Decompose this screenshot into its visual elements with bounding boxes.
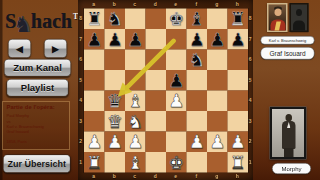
rank-label-left-3: 3 — [78, 111, 84, 132]
square-h4 — [228, 91, 249, 112]
square-b7: ♟ — [105, 29, 126, 50]
event-label: 1858, Paris — [7, 139, 70, 144]
game-title: Partie de l'opéra: — [7, 104, 70, 110]
rank-label-right-3: 3 — [248, 111, 254, 132]
square-d3 — [146, 111, 167, 132]
square-b8: ♞ — [105, 9, 126, 30]
square-b6 — [105, 50, 126, 71]
rank-label-right-8: 8 — [248, 8, 254, 29]
square-d6 — [146, 50, 167, 71]
video-frame: S ♞ hach TV ◀ ▶ Zum Kanal Playlist Parti… — [0, 0, 320, 180]
square-d1 — [146, 152, 167, 173]
chess-board: ♜♞♚♝♜♟♟♟♟♟♟♞♟♛♝♟♛♞♟♟♟♟♟♟♜♝♚♜ — [84, 8, 249, 173]
file-label-bottom-f: f — [186, 173, 207, 180]
square-c3: ♞ — [125, 111, 146, 132]
piece-bP-a7: ♟ — [86, 29, 102, 50]
playlist-button[interactable]: Playlist — [7, 79, 69, 97]
portrait-detail — [284, 148, 294, 157]
morphy-name-label: Morphy — [272, 163, 311, 174]
square-e4: ♟ — [166, 91, 187, 112]
square-c6 — [125, 50, 146, 71]
left-edge-shadow — [0, 0, 3, 180]
square-d4 — [146, 91, 167, 112]
square-d8 — [146, 9, 167, 30]
rank-label-left-1: 1 — [78, 152, 84, 173]
piece-wP-h2: ♟ — [230, 132, 246, 153]
square-f6: ♞ — [187, 50, 208, 71]
square-h7: ♟ — [228, 29, 249, 50]
piece-wR-a1: ♜ — [86, 152, 102, 173]
next-button[interactable]: ▶ — [44, 39, 67, 58]
karl-portrait — [267, 3, 288, 32]
square-b4: ♛ — [105, 91, 126, 112]
square-d5 — [146, 70, 167, 91]
file-label-top-h: h — [227, 1, 248, 8]
square-g5 — [207, 70, 228, 91]
zum-kanal-button[interactable]: Zum Kanal — [4, 59, 71, 77]
square-e3 — [166, 111, 187, 132]
square-h3 — [228, 111, 249, 132]
square-b2: ♟ — [105, 132, 126, 153]
piece-bP-e5: ♟ — [168, 70, 184, 91]
square-a3 — [84, 111, 105, 132]
square-b5 — [105, 70, 126, 91]
square-f4 — [187, 91, 208, 112]
rank-label-right-2: 2 — [248, 131, 254, 152]
piece-wR-h1: ♜ — [230, 152, 246, 173]
schachtv-logo: S ♞ hach TV — [5, 3, 83, 34]
square-f1 — [187, 152, 208, 173]
square-a8: ♜ — [84, 9, 105, 30]
square-c1: ♝ — [125, 152, 146, 173]
logo-text-suffix: hach — [31, 8, 72, 34]
rank-label-left-6: 6 — [78, 49, 84, 70]
square-e7 — [166, 29, 187, 50]
file-label-top-f: f — [186, 1, 207, 8]
square-g8 — [207, 9, 228, 30]
file-label-bottom-c: c — [125, 173, 146, 180]
square-e6 — [166, 50, 187, 71]
portrait-detail — [293, 21, 305, 31]
file-label-top-e: e — [166, 1, 187, 8]
piece-bN-f6: ♞ — [189, 50, 205, 71]
square-f5 — [187, 70, 208, 91]
square-a5 — [84, 70, 105, 91]
square-a6 — [84, 50, 105, 71]
square-a2: ♟ — [84, 132, 105, 153]
square-h5 — [228, 70, 249, 91]
piece-wP-c2: ♟ — [127, 132, 143, 153]
rank-label-right-5: 5 — [248, 70, 254, 91]
file-label-bottom-e: e — [166, 173, 187, 180]
file-label-top-c: c — [125, 1, 146, 8]
piece-wN-c3: ♞ — [127, 111, 143, 132]
piece-wP-f2: ♟ — [189, 132, 205, 153]
karl-name-label: Karl v. Braunschweig — [261, 36, 315, 45]
rank-label-right-7: 7 — [248, 29, 254, 50]
chess-board-frame: ♜♞♚♝♜♟♟♟♟♟♟♞♟♛♝♟♛♞♟♟♟♟♟♟♜♝♚♜ aabbccddeef… — [78, 0, 253, 180]
prev-arrow-icon: ◀ — [16, 43, 23, 54]
square-c2: ♟ — [125, 132, 146, 153]
square-c5 — [125, 70, 146, 91]
portrait-detail — [296, 9, 302, 16]
square-f7: ♟ — [187, 29, 208, 50]
square-e1: ♚ — [166, 152, 187, 173]
piece-bP-g7: ♟ — [209, 29, 225, 50]
square-e2 — [166, 132, 187, 153]
square-h1: ♜ — [228, 152, 249, 173]
piece-wB-c1: ♝ — [127, 152, 143, 173]
square-a1: ♜ — [84, 152, 105, 173]
isouard-silhouette-portrait — [290, 3, 309, 32]
square-a4 — [84, 91, 105, 112]
square-g4 — [207, 91, 228, 112]
square-g7: ♟ — [207, 29, 228, 50]
file-label-bottom-a: a — [84, 173, 105, 180]
piece-wK-e1: ♚ — [168, 152, 184, 173]
game-info-panel: Partie de l'opéra: Paul Morphy vs Karl v… — [3, 101, 70, 150]
square-f3 — [187, 111, 208, 132]
square-c4: ♝ — [125, 91, 146, 112]
rank-label-left-2: 2 — [78, 131, 84, 152]
square-b3: ♛ — [105, 111, 126, 132]
piece-bQ-b4: ♛ — [107, 91, 123, 112]
morphy-portrait — [270, 107, 306, 159]
rank-label-right-1: 1 — [248, 152, 254, 173]
square-b1 — [105, 152, 126, 173]
square-d7 — [146, 29, 167, 50]
square-f8: ♝ — [187, 9, 208, 30]
square-c7: ♟ — [125, 29, 146, 50]
square-f2: ♟ — [187, 132, 208, 153]
square-e8: ♚ — [166, 9, 187, 30]
piece-wQ-b3: ♛ — [107, 111, 123, 132]
graf-isouard-name-label: Graf Isouard — [261, 47, 315, 60]
piece-wB-c4: ♝ — [127, 91, 143, 112]
file-label-bottom-g: g — [207, 173, 228, 180]
portrait-detail — [275, 9, 282, 17]
piece-wP-g2: ♟ — [209, 132, 225, 153]
file-label-bottom-d: d — [145, 173, 166, 180]
square-h6 — [228, 50, 249, 71]
zur-uebersicht-button[interactable]: Zur Übersicht — [3, 155, 71, 174]
rank-label-left-4: 4 — [78, 90, 84, 111]
prev-button[interactable]: ◀ — [8, 39, 31, 58]
square-d2 — [146, 132, 167, 153]
piece-bP-f7: ♟ — [189, 29, 205, 50]
square-e5: ♟ — [166, 70, 187, 91]
rank-label-right-4: 4 — [248, 90, 254, 111]
piece-bB-f8: ♝ — [189, 9, 205, 30]
file-label-top-g: g — [207, 1, 228, 8]
square-g2: ♟ — [207, 132, 228, 153]
file-label-top-d: d — [145, 1, 166, 8]
piece-bR-a8: ♜ — [86, 9, 102, 30]
square-h2: ♟ — [228, 132, 249, 153]
square-a7: ♟ — [84, 29, 105, 50]
file-label-top-a: a — [84, 1, 105, 8]
square-g6 — [207, 50, 228, 71]
rank-label-left-5: 5 — [78, 70, 84, 91]
piece-bK-e8: ♚ — [168, 9, 184, 30]
square-g1 — [207, 152, 228, 173]
piece-bP-c7: ♟ — [127, 29, 143, 50]
rank-label-right-6: 6 — [248, 49, 254, 70]
file-label-bottom-h: h — [227, 173, 248, 180]
rank-label-left-7: 7 — [78, 29, 84, 50]
file-label-top-b: b — [104, 1, 125, 8]
square-h8: ♜ — [228, 9, 249, 30]
file-label-bottom-b: b — [104, 173, 125, 180]
piece-wP-e4: ♟ — [168, 91, 184, 112]
square-c8 — [125, 9, 146, 30]
piece-bN-b8: ♞ — [107, 9, 123, 30]
piece-bR-h8: ♜ — [230, 9, 246, 30]
piece-bP-h7: ♟ — [230, 29, 246, 50]
piece-bP-b7: ♟ — [107, 29, 123, 50]
piece-wP-b2: ♟ — [107, 132, 123, 153]
square-g3 — [207, 111, 228, 132]
piece-wP-a2: ♟ — [86, 132, 102, 153]
next-arrow-icon: ▶ — [52, 43, 59, 54]
rank-label-left-8: 8 — [78, 8, 84, 29]
